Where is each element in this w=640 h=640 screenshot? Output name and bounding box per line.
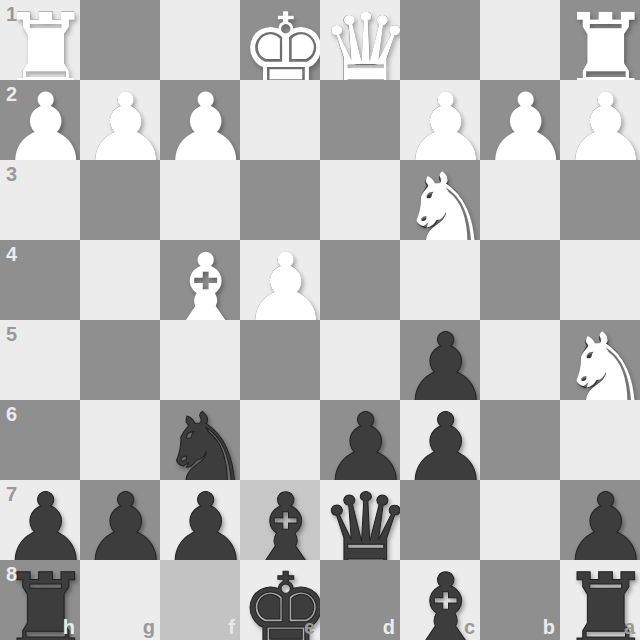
rank-label-5: 5 (6, 324, 17, 344)
square-f1[interactable] (160, 0, 240, 80)
square-e7[interactable]: ♝ (240, 480, 320, 560)
square-f4[interactable]: ♝♗ (160, 240, 240, 320)
square-f5[interactable] (160, 320, 240, 400)
square-b7[interactable] (480, 480, 560, 560)
square-b5[interactable] (480, 320, 560, 400)
square-d2[interactable] (320, 80, 400, 160)
square-h2[interactable]: ♟♙2 (0, 80, 80, 160)
square-f8[interactable]: f (160, 560, 240, 640)
square-g2[interactable]: ♟♙ (80, 80, 160, 160)
square-d5[interactable] (320, 320, 400, 400)
square-b1[interactable] (480, 0, 560, 80)
file-label-f: f (228, 617, 235, 637)
square-c3[interactable]: ♞♘ (400, 160, 480, 240)
square-c7[interactable] (400, 480, 480, 560)
square-a3[interactable] (560, 160, 640, 240)
file-label-b: b (543, 617, 555, 637)
square-f6[interactable]: ♞ (160, 400, 240, 480)
square-c5[interactable]: ♟ (400, 320, 480, 400)
square-d1[interactable]: ♛♕ (320, 0, 400, 80)
square-d7[interactable]: ♛ (320, 480, 400, 560)
square-h6[interactable]: 6 (0, 400, 80, 480)
square-a2[interactable]: ♟♙ (560, 80, 640, 160)
square-b8[interactable]: b (480, 560, 560, 640)
square-e3[interactable] (240, 160, 320, 240)
square-h5[interactable]: 5 (0, 320, 80, 400)
square-h3[interactable]: 3 (0, 160, 80, 240)
square-d3[interactable] (320, 160, 400, 240)
square-e6[interactable] (240, 400, 320, 480)
square-g8[interactable]: g (80, 560, 160, 640)
square-h8[interactable]: ♜8h (0, 560, 80, 640)
chess-app-screen: ♜♖1♚♔♛♕♜♖♟♙2♟♙♟♙♟♙♟♙♟♙3♞♘4♝♗♟♙5♟♞♘6♞♟♟♟7… (0, 0, 640, 640)
square-f2[interactable]: ♟♙ (160, 80, 240, 160)
square-a6[interactable] (560, 400, 640, 480)
square-a7[interactable]: ♟ (560, 480, 640, 560)
rank-label-4: 4 (6, 244, 17, 264)
square-b4[interactable] (480, 240, 560, 320)
square-a1[interactable]: ♜♖ (560, 0, 640, 80)
square-e8[interactable]: ♚e (240, 560, 320, 640)
square-g4[interactable] (80, 240, 160, 320)
square-e4[interactable]: ♟♙ (240, 240, 320, 320)
black-king[interactable]: ♚ (240, 560, 331, 640)
square-d8[interactable]: d (320, 560, 400, 640)
square-b6[interactable] (480, 400, 560, 480)
black-rook[interactable]: ♜ (0, 560, 91, 640)
square-g1[interactable] (80, 0, 160, 80)
square-h1[interactable]: ♜♖1 (0, 0, 80, 80)
black-bishop[interactable]: ♝ (400, 560, 491, 640)
square-f3[interactable] (160, 160, 240, 240)
square-a5[interactable]: ♞♘ (560, 320, 640, 400)
square-e2[interactable] (240, 80, 320, 160)
square-d4[interactable] (320, 240, 400, 320)
square-g7[interactable]: ♟ (80, 480, 160, 560)
file-label-g: g (143, 617, 155, 637)
rank-label-6: 6 (6, 404, 17, 424)
square-c6[interactable]: ♟ (400, 400, 480, 480)
square-f7[interactable]: ♟ (160, 480, 240, 560)
square-d6[interactable]: ♟ (320, 400, 400, 480)
square-b3[interactable] (480, 160, 560, 240)
square-c4[interactable] (400, 240, 480, 320)
square-h4[interactable]: 4 (0, 240, 80, 320)
square-g6[interactable] (80, 400, 160, 480)
square-e5[interactable] (240, 320, 320, 400)
chess-board: ♜♖1♚♔♛♕♜♖♟♙2♟♙♟♙♟♙♟♙♟♙3♞♘4♝♗♟♙5♟♞♘6♞♟♟♟7… (0, 0, 640, 640)
square-g3[interactable] (80, 160, 160, 240)
rank-label-3: 3 (6, 164, 17, 184)
square-a8[interactable]: ♜a (560, 560, 640, 640)
square-h7[interactable]: ♟7 (0, 480, 80, 560)
square-b2[interactable]: ♟♙ (480, 80, 560, 160)
square-a4[interactable] (560, 240, 640, 320)
square-c1[interactable] (400, 0, 480, 80)
square-c2[interactable]: ♟♙ (400, 80, 480, 160)
file-label-d: d (383, 617, 395, 637)
square-c8[interactable]: ♝c (400, 560, 480, 640)
square-g5[interactable] (80, 320, 160, 400)
black-rook[interactable]: ♜ (560, 560, 640, 640)
square-e1[interactable]: ♚♔ (240, 0, 320, 80)
